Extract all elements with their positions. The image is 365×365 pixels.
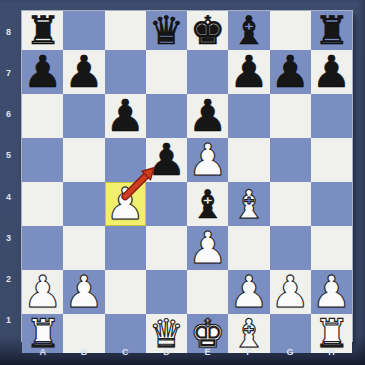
white-pawn-c4[interactable]: ♟	[105, 182, 144, 226]
rank-label-7: 7	[0, 67, 17, 79]
square-h3[interactable]	[311, 226, 352, 270]
square-b7[interactable]: ♟	[63, 50, 104, 94]
square-e3[interactable]: ♟	[187, 226, 228, 270]
square-e2[interactable]	[187, 270, 228, 314]
white-pawn-b2[interactable]: ♟	[64, 270, 103, 314]
square-g4[interactable]	[270, 182, 311, 226]
square-f8[interactable]: ♝	[228, 11, 269, 50]
rank-label-1: 1	[0, 314, 17, 326]
square-c3[interactable]	[105, 226, 146, 270]
square-e5[interactable]: ♟	[187, 138, 228, 182]
square-b4[interactable]	[63, 182, 104, 226]
square-c7[interactable]	[105, 50, 146, 94]
file-label-f: F	[228, 346, 269, 358]
square-h7[interactable]: ♟	[311, 50, 352, 94]
square-f6[interactable]	[228, 94, 269, 138]
black-bishop-e4[interactable]: ♝	[190, 185, 225, 224]
black-bishop-f8[interactable]: ♝	[231, 11, 266, 50]
square-c8[interactable]	[105, 11, 146, 50]
white-pawn-f2[interactable]: ♟	[229, 270, 268, 314]
square-a5[interactable]	[22, 138, 63, 182]
square-e4[interactable]: ♝	[187, 182, 228, 226]
square-a7[interactable]: ♟	[22, 50, 63, 94]
white-bishop-f4[interactable]: ♝	[231, 185, 266, 224]
square-f7[interactable]: ♟	[228, 50, 269, 94]
square-g3[interactable]	[270, 226, 311, 270]
black-pawn-d5[interactable]: ♟	[147, 138, 186, 182]
black-queen-d8[interactable]: ♛	[149, 11, 184, 50]
black-pawn-b7[interactable]: ♟	[64, 50, 103, 94]
square-e8[interactable]: ♚	[187, 11, 228, 50]
chess-board-frame: ♜♛♚♝♜♟♟♟♟♟♟♟♟♟♟♝♝♟♟♟♟♟♟♜♛♚♝♜ 87654321ABC…	[0, 0, 365, 365]
rank-label-4: 4	[0, 191, 17, 203]
square-b8[interactable]	[63, 11, 104, 50]
square-h2[interactable]: ♟	[311, 270, 352, 314]
square-g2[interactable]: ♟	[270, 270, 311, 314]
file-label-e: E	[187, 346, 228, 358]
square-d7[interactable]	[146, 50, 187, 94]
square-c4[interactable]: ♟	[105, 182, 146, 226]
square-e6[interactable]: ♟	[187, 94, 228, 138]
black-king-e8[interactable]: ♚	[190, 11, 225, 50]
black-pawn-e6[interactable]: ♟	[188, 94, 227, 138]
square-a6[interactable]	[22, 94, 63, 138]
square-b6[interactable]	[63, 94, 104, 138]
file-label-h: H	[311, 346, 352, 358]
square-h8[interactable]: ♜	[311, 11, 352, 50]
square-a2[interactable]: ♟	[22, 270, 63, 314]
square-f3[interactable]	[228, 226, 269, 270]
file-label-d: D	[146, 346, 187, 358]
square-b3[interactable]	[63, 226, 104, 270]
square-g5[interactable]	[270, 138, 311, 182]
rank-label-2: 2	[0, 273, 17, 285]
file-label-c: C	[105, 346, 146, 358]
black-rook-h8[interactable]: ♜	[314, 11, 349, 50]
white-pawn-e3[interactable]: ♟	[188, 226, 227, 270]
square-d6[interactable]	[146, 94, 187, 138]
rank-label-5: 5	[0, 149, 17, 161]
square-a3[interactable]	[22, 226, 63, 270]
chess-board: ♜♛♚♝♜♟♟♟♟♟♟♟♟♟♟♝♝♟♟♟♟♟♟♜♛♚♝♜	[22, 11, 352, 341]
black-pawn-a7[interactable]: ♟	[23, 50, 62, 94]
square-e7[interactable]	[187, 50, 228, 94]
square-c5[interactable]	[105, 138, 146, 182]
square-d3[interactable]	[146, 226, 187, 270]
square-b2[interactable]: ♟	[63, 270, 104, 314]
rank-label-6: 6	[0, 108, 17, 120]
file-label-b: B	[63, 346, 104, 358]
square-g7[interactable]: ♟	[270, 50, 311, 94]
square-d5[interactable]: ♟	[146, 138, 187, 182]
square-c6[interactable]: ♟	[105, 94, 146, 138]
white-pawn-h2[interactable]: ♟	[312, 270, 351, 314]
black-pawn-f7[interactable]: ♟	[229, 50, 268, 94]
square-c2[interactable]	[105, 270, 146, 314]
square-f4[interactable]: ♝	[228, 182, 269, 226]
file-label-a: A	[22, 346, 63, 358]
black-pawn-h7[interactable]: ♟	[312, 50, 351, 94]
square-f2[interactable]: ♟	[228, 270, 269, 314]
square-g8[interactable]	[270, 11, 311, 50]
square-g6[interactable]	[270, 94, 311, 138]
white-pawn-g2[interactable]: ♟	[270, 270, 309, 314]
square-d2[interactable]	[146, 270, 187, 314]
square-a8[interactable]: ♜	[22, 11, 63, 50]
square-f5[interactable]	[228, 138, 269, 182]
black-rook-a8[interactable]: ♜	[25, 11, 60, 50]
white-pawn-a2[interactable]: ♟	[23, 270, 62, 314]
square-h5[interactable]	[311, 138, 352, 182]
rank-label-8: 8	[0, 26, 17, 38]
black-pawn-c6[interactable]: ♟	[105, 94, 144, 138]
square-a4[interactable]	[22, 182, 63, 226]
file-label-g: G	[270, 346, 311, 358]
square-h4[interactable]	[311, 182, 352, 226]
square-d8[interactable]: ♛	[146, 11, 187, 50]
square-b5[interactable]	[63, 138, 104, 182]
black-pawn-g7[interactable]: ♟	[270, 50, 309, 94]
rank-label-3: 3	[0, 232, 17, 244]
square-d4[interactable]	[146, 182, 187, 226]
white-pawn-e5[interactable]: ♟	[188, 138, 227, 182]
square-h6[interactable]	[311, 94, 352, 138]
